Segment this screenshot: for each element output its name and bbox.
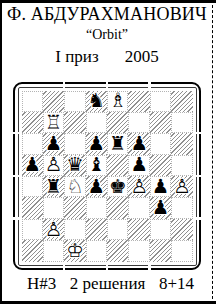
square-b6: ♟♟ — [43, 133, 64, 154]
frame-tick — [193, 175, 201, 178]
square-e5 — [107, 155, 128, 176]
material-label: 8+14 — [159, 274, 194, 294]
square-b2: ♟♙ — [43, 219, 64, 240]
frame-tick — [63, 262, 66, 270]
square-b4: ♜♜ — [43, 176, 64, 197]
square-c2 — [64, 219, 85, 240]
piece-white-pawn: ♟♙ — [128, 176, 149, 197]
stipulation-label: Н#3 — [27, 274, 56, 294]
frame-tick — [148, 82, 151, 90]
square-a7 — [22, 112, 43, 133]
piece-white-bishop: ♝♗ — [108, 92, 127, 111]
piece-black-knight: ♞♞ — [86, 91, 107, 112]
square-g2 — [150, 219, 171, 240]
frame-tick — [13, 175, 21, 178]
piece-black-rook: ♜♜ — [108, 134, 127, 153]
square-h7 — [171, 112, 192, 133]
square-d3 — [86, 197, 107, 218]
frame-tick — [63, 82, 66, 90]
piece-white-knight: ♞♘ — [65, 177, 84, 196]
award-line: I приз 2005 — [2, 47, 212, 67]
square-f6: ♟♟ — [128, 133, 149, 154]
square-e4: ♚♚ — [107, 176, 128, 197]
square-c6 — [64, 133, 85, 154]
piece-white-pawn: ♟♙ — [171, 176, 192, 197]
caption: Н#3 2 решения 8+14 — [0, 274, 212, 294]
square-a8 — [22, 91, 43, 112]
square-b1 — [43, 240, 64, 261]
square-d8: ♞♞ — [86, 91, 107, 112]
square-e6: ♜♜ — [107, 133, 128, 154]
square-h3 — [171, 197, 192, 218]
square-h2 — [171, 219, 192, 240]
square-h1 — [171, 240, 192, 261]
award-label: I приз — [55, 47, 98, 67]
year-label: 2005 — [125, 47, 159, 67]
square-d5: ♝♝ — [86, 155, 107, 176]
frame-tick — [13, 132, 21, 135]
piece-white-pawn: ♟♙ — [44, 156, 63, 175]
frame-tick — [106, 82, 109, 90]
solutions-label: 2 решения — [70, 274, 145, 294]
square-c4: ♞♘ — [64, 176, 85, 197]
square-g4: ♟♟ — [150, 176, 171, 197]
square-a6 — [22, 133, 43, 154]
piece-black-pawn: ♟♟ — [129, 156, 148, 175]
square-c5: ♛♛ — [64, 155, 85, 176]
square-c1: ♚♔ — [64, 240, 85, 261]
header: Ф. АБДУРАХМАНОВИЧ “Orbit” I приз 2005 — [2, 4, 212, 67]
square-f4: ♟♙ — [128, 176, 149, 197]
square-e2 — [107, 219, 128, 240]
piece-white-pawn: ♟♙ — [43, 219, 64, 240]
board-grid: ♞♞♝♗♜♖♟♟♟♟♜♜♟♟♟♟♟♙♛♛♝♝♟♟♜♜♞♘♟♟♚♚♟♙♟♟♟♙♟♟… — [22, 91, 193, 262]
square-h8 — [171, 91, 192, 112]
square-c3 — [64, 197, 85, 218]
piece-white-king: ♚♔ — [64, 240, 85, 261]
piece-black-pawn: ♟♟ — [150, 197, 171, 218]
author-name: Ф. АБДУРАХМАНОВИЧ — [2, 4, 212, 25]
piece-black-pawn: ♟♟ — [151, 177, 170, 196]
piece-black-pawn: ♟♟ — [86, 133, 107, 154]
piece-black-queen: ♛♛ — [64, 155, 85, 176]
square-e3 — [107, 197, 128, 218]
piece-black-pawn: ♟♟ — [43, 133, 64, 154]
dashed-cut-line — [212, 0, 213, 304]
square-g1 — [150, 240, 171, 261]
square-a4 — [22, 176, 43, 197]
square-b7: ♜♖ — [43, 112, 64, 133]
problem-title: “Orbit” — [2, 27, 212, 43]
square-g6 — [150, 133, 171, 154]
square-g5 — [150, 155, 171, 176]
frame-tick — [148, 262, 151, 270]
piece-black-pawn: ♟♟ — [22, 155, 43, 176]
square-h6 — [171, 133, 192, 154]
frame-tick — [106, 262, 109, 270]
square-a2 — [22, 219, 43, 240]
square-f8 — [128, 91, 149, 112]
piece-black-pawn: ♟♟ — [128, 133, 149, 154]
square-e8: ♝♗ — [107, 91, 128, 112]
square-a5: ♟♟ — [22, 155, 43, 176]
square-b8 — [43, 91, 64, 112]
square-f2 — [128, 219, 149, 240]
square-d2 — [86, 219, 107, 240]
square-d4: ♟♟ — [86, 176, 107, 197]
square-g7 — [150, 112, 171, 133]
frame-tick — [193, 132, 201, 135]
square-h4: ♟♙ — [171, 176, 192, 197]
piece-black-pawn: ♟♟ — [86, 176, 107, 197]
square-g3: ♟♟ — [150, 197, 171, 218]
piece-black-bishop: ♝♝ — [87, 156, 106, 175]
piece-black-rook: ♜♜ — [43, 176, 64, 197]
frame-tick — [13, 217, 21, 220]
square-f5: ♟♟ — [128, 155, 149, 176]
square-e1 — [107, 240, 128, 261]
square-e7 — [107, 112, 128, 133]
square-c8 — [64, 91, 85, 112]
frame-tick — [193, 217, 201, 220]
square-f1 — [128, 240, 149, 261]
square-f3 — [128, 197, 149, 218]
square-b3 — [43, 197, 64, 218]
square-c7 — [64, 112, 85, 133]
chessboard: ♞♞♝♗♜♖♟♟♟♟♜♜♟♟♟♟♟♙♛♛♝♝♟♟♜♜♞♘♟♟♚♚♟♙♟♟♟♙♟♟… — [13, 82, 201, 270]
piece-white-rook: ♜♖ — [44, 113, 63, 132]
square-b5: ♟♙ — [43, 155, 64, 176]
square-d1 — [86, 240, 107, 261]
square-a3 — [22, 197, 43, 218]
square-g8 — [150, 91, 171, 112]
problem-card: Ф. АБДУРАХМАНОВИЧ “Orbit” I приз 2005 ♞♞… — [0, 0, 222, 304]
square-f7 — [128, 112, 149, 133]
square-d7 — [86, 112, 107, 133]
piece-black-king: ♚♚ — [108, 177, 127, 196]
square-d6: ♟♟ — [86, 133, 107, 154]
square-h5 — [171, 155, 192, 176]
square-a1 — [22, 240, 43, 261]
